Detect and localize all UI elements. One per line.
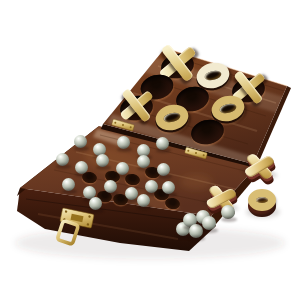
solitaire-ball	[157, 163, 170, 176]
wooden-box-illustration	[0, 0, 300, 300]
solitaire-ball	[56, 153, 69, 166]
solitaire-ball	[62, 178, 75, 191]
solitaire-ball	[162, 181, 175, 194]
solitaire-ball	[74, 135, 87, 148]
product-photo-wooden-game-box	[0, 0, 300, 300]
loose-ball	[221, 205, 235, 219]
solitaire-ball	[116, 162, 129, 175]
solitaire-ball	[117, 136, 130, 149]
solitaire-ball	[156, 137, 169, 150]
loose-ball	[202, 216, 216, 230]
solitaire-ball	[145, 180, 158, 193]
solitaire-ball	[104, 180, 117, 193]
solitaire-ball	[96, 154, 109, 167]
solitaire-ball	[137, 155, 150, 168]
solitaire-ball	[125, 187, 138, 200]
solitaire-ball	[75, 161, 88, 174]
solitaire-ball	[89, 197, 102, 210]
solitaire-ball	[137, 194, 150, 207]
